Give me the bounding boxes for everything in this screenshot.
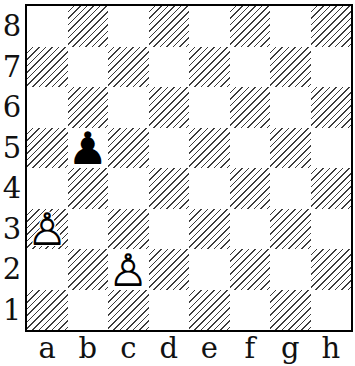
square-g1[interactable]	[270, 290, 311, 331]
square-d8[interactable]	[149, 6, 190, 47]
white-pawn-fill: ♟	[108, 250, 149, 291]
square-b2[interactable]	[68, 249, 109, 290]
square-b5[interactable]: ♟	[68, 128, 109, 169]
square-h2[interactable]	[311, 249, 352, 290]
file-label-g: g	[270, 331, 311, 365]
piece-black-pawn: ♟	[68, 129, 109, 170]
file-label-d: d	[149, 331, 190, 365]
square-e1[interactable]	[189, 290, 230, 331]
rank-label-7: 7	[0, 47, 24, 88]
square-c4[interactable]	[108, 168, 149, 209]
rank-label-6: 6	[0, 87, 24, 128]
square-c6[interactable]	[108, 87, 149, 128]
square-a4[interactable]	[27, 168, 68, 209]
square-b6[interactable]	[68, 87, 109, 128]
square-c5[interactable]	[108, 128, 149, 169]
square-h5[interactable]	[311, 128, 352, 169]
square-g5[interactable]	[270, 128, 311, 169]
file-label-e: e	[189, 331, 230, 365]
square-g4[interactable]	[270, 168, 311, 209]
square-b8[interactable]	[68, 6, 109, 47]
square-a6[interactable]	[27, 87, 68, 128]
square-h1[interactable]	[311, 290, 352, 331]
rank-label-8: 8	[0, 6, 24, 47]
square-g6[interactable]	[270, 87, 311, 128]
rank-labels: 87654321	[0, 6, 24, 330]
square-g8[interactable]	[270, 6, 311, 47]
square-d1[interactable]	[149, 290, 190, 331]
white-pawn-fill: ♟	[27, 210, 68, 251]
file-label-b: b	[68, 331, 109, 365]
piece-white-pawn: ♙	[27, 210, 68, 251]
square-e3[interactable]	[189, 209, 230, 250]
square-b3[interactable]	[68, 209, 109, 250]
square-b1[interactable]	[68, 290, 109, 331]
square-b7[interactable]	[68, 47, 109, 88]
square-d7[interactable]	[149, 47, 190, 88]
square-c3[interactable]	[108, 209, 149, 250]
square-c8[interactable]	[108, 6, 149, 47]
file-label-a: a	[27, 331, 68, 365]
file-label-f: f	[230, 331, 271, 365]
square-c7[interactable]	[108, 47, 149, 88]
square-h7[interactable]	[311, 47, 352, 88]
square-a2[interactable]	[27, 249, 68, 290]
square-e5[interactable]	[189, 128, 230, 169]
rank-label-2: 2	[0, 249, 24, 290]
file-label-h: h	[311, 331, 352, 365]
rank-label-4: 4	[0, 168, 24, 209]
square-d4[interactable]	[149, 168, 190, 209]
square-f3[interactable]	[230, 209, 271, 250]
square-a1[interactable]	[27, 290, 68, 331]
square-e4[interactable]	[189, 168, 230, 209]
square-d2[interactable]	[149, 249, 190, 290]
square-f5[interactable]	[230, 128, 271, 169]
square-f8[interactable]	[230, 6, 271, 47]
square-e2[interactable]	[189, 249, 230, 290]
square-c2[interactable]: ♟♙	[108, 249, 149, 290]
square-h6[interactable]	[311, 87, 352, 128]
square-d3[interactable]	[149, 209, 190, 250]
file-label-c: c	[108, 331, 149, 365]
square-g7[interactable]	[270, 47, 311, 88]
square-f6[interactable]	[230, 87, 271, 128]
square-f1[interactable]	[230, 290, 271, 331]
square-f4[interactable]	[230, 168, 271, 209]
chess-diagram: 87654321 ♟♟♙♟♙ abcdefgh	[0, 0, 355, 366]
square-c1[interactable]	[108, 290, 149, 331]
square-e8[interactable]	[189, 6, 230, 47]
file-labels: abcdefgh	[27, 331, 351, 364]
rank-label-3: 3	[0, 209, 24, 250]
square-b4[interactable]	[68, 168, 109, 209]
square-d6[interactable]	[149, 87, 190, 128]
square-h3[interactable]	[311, 209, 352, 250]
square-g3[interactable]	[270, 209, 311, 250]
rank-label-5: 5	[0, 128, 24, 169]
square-f7[interactable]	[230, 47, 271, 88]
square-h8[interactable]	[311, 6, 352, 47]
square-a3[interactable]: ♟♙	[27, 209, 68, 250]
square-a8[interactable]	[27, 6, 68, 47]
chess-board: ♟♟♙♟♙	[25, 4, 353, 332]
square-e7[interactable]	[189, 47, 230, 88]
square-f2[interactable]	[230, 249, 271, 290]
piece-white-pawn: ♙	[108, 250, 149, 291]
square-d5[interactable]	[149, 128, 190, 169]
square-a7[interactable]	[27, 47, 68, 88]
square-a5[interactable]	[27, 128, 68, 169]
square-h4[interactable]	[311, 168, 352, 209]
square-e6[interactable]	[189, 87, 230, 128]
rank-label-1: 1	[0, 290, 24, 331]
square-g2[interactable]	[270, 249, 311, 290]
